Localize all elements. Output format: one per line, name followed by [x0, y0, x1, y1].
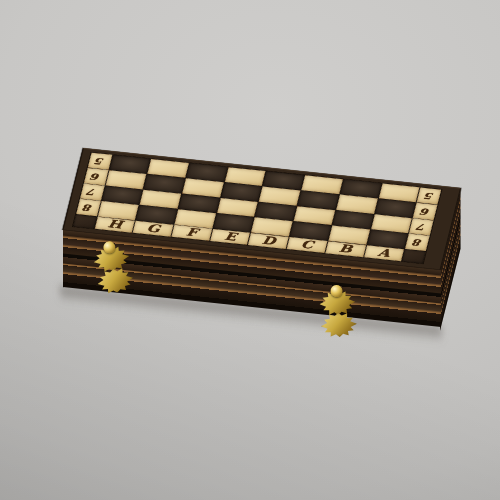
- corner-cell: [73, 214, 97, 228]
- rank-label-cell: 7: [409, 218, 433, 235]
- file-letter-glyph: H: [106, 219, 123, 231]
- file-letter-glyph: D: [261, 235, 277, 247]
- rank-label-cell: 7: [80, 184, 104, 201]
- rank-label-cell: 8: [405, 234, 429, 251]
- file-label-cell: F: [172, 225, 213, 241]
- rank-number-glyph: 5: [95, 157, 106, 166]
- rank-label-cell: 5: [88, 153, 112, 170]
- file-letter-glyph: A: [377, 247, 391, 259]
- file-label-cell: B: [325, 241, 366, 257]
- clasp-plate-icon: [95, 266, 135, 296]
- rank-number-glyph: 6: [420, 207, 431, 216]
- rank-label-cell: 5: [417, 187, 441, 204]
- file-label-cell: G: [133, 221, 174, 237]
- rank-label-cell: 6: [413, 203, 437, 220]
- file-letter-glyph: G: [146, 223, 162, 235]
- rank-number-glyph: 8: [83, 203, 94, 212]
- file-letter-glyph: E: [223, 231, 237, 243]
- rank-number-glyph: 7: [87, 187, 98, 196]
- file-label-cell: H: [95, 217, 136, 233]
- brass-clasp-left: [81, 235, 144, 301]
- clasp-plate-icon: [320, 312, 358, 338]
- file-letter-glyph: F: [185, 227, 198, 239]
- brass-clasp-right: [309, 281, 367, 343]
- rank-number-glyph: 8: [412, 238, 423, 247]
- rank-label-cell: 8: [76, 199, 100, 216]
- photo-background: 55667788HGFEDCBA: [0, 0, 500, 500]
- file-letter-glyph: B: [338, 243, 353, 255]
- rank-number-glyph: 7: [416, 222, 427, 231]
- rank-number-glyph: 5: [424, 191, 435, 200]
- rank-number-glyph: 6: [91, 172, 102, 181]
- file-label-cell: D: [248, 233, 289, 249]
- corner-cell: [402, 249, 426, 263]
- file-label-cell: E: [210, 229, 250, 245]
- rank-label-cell: 6: [84, 168, 108, 185]
- file-label-cell: A: [364, 245, 405, 261]
- file-label-cell: C: [287, 237, 328, 253]
- file-letter-glyph: C: [300, 239, 315, 251]
